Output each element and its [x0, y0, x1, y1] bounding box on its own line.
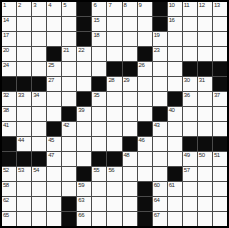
grid-cell[interactable]: [153, 62, 167, 76]
grid-cell[interactable]: [62, 77, 76, 91]
grid-cell[interactable]: [138, 77, 152, 91]
grid-cell[interactable]: [183, 197, 197, 211]
grid-cell[interactable]: [107, 122, 121, 136]
grid-cell[interactable]: 59: [77, 182, 91, 196]
clue-number: 18: [93, 32, 99, 39]
black-cell: [213, 62, 227, 76]
grid-cell[interactable]: [107, 92, 121, 106]
clue-number: 24: [3, 62, 9, 69]
grid-cell[interactable]: 50: [198, 152, 212, 166]
black-cell: [183, 137, 197, 151]
grid-cell[interactable]: [62, 17, 76, 31]
black-cell: [153, 17, 167, 31]
grid-cell[interactable]: [92, 107, 106, 121]
clue-number: 2: [18, 2, 21, 9]
grid-cell[interactable]: [62, 152, 76, 166]
clue-number: 45: [48, 137, 54, 144]
clue-number: 16: [169, 17, 175, 24]
black-cell: [77, 2, 91, 16]
clue-number: 50: [199, 152, 205, 159]
grid-cell[interactable]: 20: [2, 47, 16, 61]
black-cell: [123, 62, 137, 76]
grid-cell[interactable]: 63: [77, 197, 91, 211]
grid-cell[interactable]: [123, 107, 137, 121]
grid-cell[interactable]: 24: [2, 62, 16, 76]
grid-cell[interactable]: 29: [123, 77, 137, 91]
grid-cell[interactable]: [107, 17, 121, 31]
grid-cell[interactable]: [153, 137, 167, 151]
clue-number: 17: [3, 32, 9, 39]
grid-cell[interactable]: [198, 47, 212, 61]
grid-cell[interactable]: [62, 167, 76, 181]
grid-cell[interactable]: 9: [138, 2, 152, 16]
grid-cell[interactable]: [77, 77, 91, 91]
grid-cell[interactable]: [183, 212, 197, 226]
grid-cell[interactable]: [17, 17, 31, 31]
grid-cell[interactable]: [123, 122, 137, 136]
grid-cell[interactable]: 62: [2, 197, 16, 211]
grid-cell[interactable]: [62, 32, 76, 46]
grid-cell[interactable]: [62, 62, 76, 76]
grid-cell[interactable]: [198, 167, 212, 181]
grid-cell[interactable]: 6: [92, 2, 106, 16]
black-cell: [17, 77, 31, 91]
black-cell: [77, 167, 91, 181]
clue-number: 21: [63, 47, 69, 54]
clue-number: 63: [78, 197, 84, 204]
grid-cell[interactable]: 42: [62, 122, 76, 136]
crossword-grid: 1234567891011121314151617181920212223242…: [0, 0, 229, 228]
clue-number: 8: [124, 2, 127, 9]
grid-cell[interactable]: [198, 197, 212, 211]
grid-cell[interactable]: [213, 212, 227, 226]
grid-cell[interactable]: [138, 32, 152, 46]
grid-cell[interactable]: [17, 62, 31, 76]
black-cell: [2, 152, 16, 166]
grid-cell[interactable]: 51: [213, 152, 227, 166]
grid-cell[interactable]: [183, 32, 197, 46]
grid-cell[interactable]: [17, 212, 31, 226]
grid-cell[interactable]: [32, 212, 46, 226]
grid-cell[interactable]: 18: [92, 32, 106, 46]
clue-number: 48: [124, 152, 130, 159]
grid-cell[interactable]: [32, 17, 46, 31]
clue-number: 60: [154, 182, 160, 189]
grid-cell[interactable]: [198, 122, 212, 136]
black-cell: [77, 32, 91, 46]
grid-cell[interactable]: [168, 47, 182, 61]
grid-cell[interactable]: 33: [17, 92, 31, 106]
grid-cell[interactable]: [32, 47, 46, 61]
grid-cell[interactable]: [153, 167, 167, 181]
clue-number: 19: [154, 32, 160, 39]
clue-number: 27: [48, 77, 54, 84]
grid-cell[interactable]: [138, 152, 152, 166]
grid-cell[interactable]: [138, 167, 152, 181]
black-cell: [168, 92, 182, 106]
grid-cell[interactable]: [47, 197, 61, 211]
clue-number: 3: [33, 2, 36, 9]
grid-cell[interactable]: [168, 122, 182, 136]
grid-cell[interactable]: [47, 32, 61, 46]
grid-cell[interactable]: [92, 137, 106, 151]
black-cell: [32, 77, 46, 91]
grid-cell[interactable]: 12: [198, 2, 212, 16]
black-cell: [92, 77, 106, 91]
grid-cell[interactable]: [107, 47, 121, 61]
grid-cell[interactable]: 39: [77, 107, 91, 121]
grid-cell[interactable]: [123, 197, 137, 211]
grid-cell[interactable]: [138, 92, 152, 106]
clue-number: 1: [3, 2, 6, 9]
black-cell: [62, 212, 76, 226]
grid-cell[interactable]: 32: [2, 92, 16, 106]
clue-number: 42: [63, 122, 69, 129]
clue-number: 43: [154, 122, 160, 129]
grid-cell[interactable]: 47: [47, 152, 61, 166]
grid-cell[interactable]: 28: [107, 77, 121, 91]
grid-cell[interactable]: 36: [183, 92, 197, 106]
black-cell: [138, 212, 152, 226]
grid-cell[interactable]: 19: [153, 32, 167, 46]
grid-cell[interactable]: [77, 152, 91, 166]
clue-number: 6: [93, 2, 96, 9]
grid-cell[interactable]: 40: [168, 107, 182, 121]
grid-cell[interactable]: 55: [92, 167, 106, 181]
grid-cell[interactable]: [32, 32, 46, 46]
grid-cell[interactable]: 31: [198, 77, 212, 91]
clue-number: 32: [3, 92, 9, 99]
grid-cell[interactable]: [17, 197, 31, 211]
grid-cell[interactable]: [168, 197, 182, 211]
grid-cell[interactable]: [92, 122, 106, 136]
grid-cell[interactable]: [32, 137, 46, 151]
grid-cell[interactable]: [153, 77, 167, 91]
clue-number: 20: [3, 47, 9, 54]
grid-cell[interactable]: [168, 137, 182, 151]
grid-cell[interactable]: 16: [168, 17, 182, 31]
grid-cell[interactable]: [123, 212, 137, 226]
grid-cell[interactable]: [62, 92, 76, 106]
clue-number: 49: [184, 152, 190, 159]
clue-number: 28: [108, 77, 114, 84]
grid-cell[interactable]: 49: [183, 152, 197, 166]
clue-number: 38: [3, 107, 9, 114]
clue-number: 4: [48, 2, 51, 9]
grid-cell[interactable]: [17, 47, 31, 61]
crossword-puzzle: 1234567891011121314151617181920212223242…: [0, 0, 229, 228]
clue-number: 53: [18, 167, 24, 174]
grid-cell[interactable]: [17, 32, 31, 46]
grid-cell[interactable]: [138, 107, 152, 121]
grid-cell[interactable]: [183, 47, 197, 61]
black-cell: [153, 107, 167, 121]
grid-cell[interactable]: [32, 107, 46, 121]
grid-cell[interactable]: [77, 137, 91, 151]
clue-number: 39: [78, 107, 84, 114]
clue-number: 14: [3, 17, 9, 24]
grid-cell[interactable]: 67: [153, 212, 167, 226]
grid-cell[interactable]: 17: [2, 32, 16, 46]
black-cell: [47, 122, 61, 136]
grid-cell[interactable]: [92, 47, 106, 61]
grid-cell[interactable]: [17, 122, 31, 136]
black-cell: [183, 62, 197, 76]
grid-cell[interactable]: 52: [2, 167, 16, 181]
black-cell: [107, 62, 121, 76]
grid-cell[interactable]: [92, 197, 106, 211]
grid-cell[interactable]: [47, 92, 61, 106]
black-cell: [138, 182, 152, 196]
grid-cell[interactable]: [183, 17, 197, 31]
grid-cell[interactable]: [123, 47, 137, 61]
grid-cell[interactable]: 13: [213, 2, 227, 16]
grid-cell[interactable]: [123, 17, 137, 31]
grid-cell[interactable]: 66: [77, 212, 91, 226]
clue-number: 29: [124, 77, 130, 84]
grid-cell[interactable]: [123, 182, 137, 196]
grid-cell[interactable]: [198, 17, 212, 31]
grid-cell[interactable]: 46: [138, 137, 152, 151]
grid-cell[interactable]: [213, 122, 227, 136]
black-cell: [2, 77, 16, 91]
clue-number: 55: [93, 167, 99, 174]
grid-cell[interactable]: 61: [168, 182, 182, 196]
grid-cell[interactable]: [183, 182, 197, 196]
grid-cell[interactable]: 48: [123, 152, 137, 166]
grid-cell[interactable]: 41: [2, 122, 16, 136]
grid-cell[interactable]: 35: [92, 92, 106, 106]
grid-cell[interactable]: 8: [123, 2, 137, 16]
grid-cell[interactable]: [168, 62, 182, 76]
black-cell: [2, 137, 16, 151]
clue-number: 31: [199, 77, 205, 84]
black-cell: [213, 137, 227, 151]
grid-cell[interactable]: 25: [47, 62, 61, 76]
clue-number: 47: [48, 152, 54, 159]
grid-cell[interactable]: [198, 107, 212, 121]
grid-cell[interactable]: [32, 182, 46, 196]
clue-number: 67: [154, 212, 160, 219]
clue-number: 36: [184, 92, 190, 99]
grid-cell[interactable]: 2: [17, 2, 31, 16]
grid-cell[interactable]: [47, 17, 61, 31]
clue-number: 62: [3, 197, 9, 204]
grid-cell[interactable]: 56: [107, 167, 121, 181]
grid-cell[interactable]: [198, 182, 212, 196]
black-cell: [138, 197, 152, 211]
clue-number: 51: [214, 152, 220, 159]
clue-number: 61: [169, 182, 175, 189]
clue-number: 22: [78, 47, 84, 54]
clue-number: 9: [139, 2, 142, 9]
grid-cell[interactable]: 65: [2, 212, 16, 226]
grid-cell[interactable]: [17, 182, 31, 196]
grid-cell[interactable]: 15: [92, 17, 106, 31]
grid-cell[interactable]: [213, 197, 227, 211]
grid-cell[interactable]: 60: [153, 182, 167, 196]
grid-cell[interactable]: 57: [183, 167, 197, 181]
grid-cell[interactable]: [62, 182, 76, 196]
clue-number: 52: [3, 167, 9, 174]
clue-number: 56: [108, 167, 114, 174]
clue-number: 30: [184, 77, 190, 84]
clue-number: 44: [18, 137, 24, 144]
black-cell: [77, 17, 91, 31]
clue-number: 41: [3, 122, 9, 129]
grid-cell[interactable]: 26: [138, 62, 152, 76]
grid-cell[interactable]: [168, 77, 182, 91]
grid-cell[interactable]: [213, 47, 227, 61]
clue-number: 7: [108, 2, 111, 9]
grid-cell[interactable]: [62, 137, 76, 151]
clue-number: 66: [78, 212, 84, 219]
black-cell: [198, 62, 212, 76]
black-cell: [62, 107, 76, 121]
black-cell: [138, 122, 152, 136]
grid-cell[interactable]: [47, 212, 61, 226]
black-cell: [92, 152, 106, 166]
black-cell: [168, 167, 182, 181]
grid-cell[interactable]: [107, 197, 121, 211]
grid-cell[interactable]: [107, 182, 121, 196]
clue-number: 11: [184, 2, 189, 9]
clue-number: 34: [33, 92, 39, 99]
black-cell: [213, 77, 227, 91]
grid-cell[interactable]: [32, 62, 46, 76]
grid-cell[interactable]: [168, 212, 182, 226]
black-cell: [77, 92, 91, 106]
grid-cell[interactable]: [77, 122, 91, 136]
grid-cell[interactable]: 14: [2, 17, 16, 31]
clue-number: 26: [139, 62, 145, 69]
grid-cell[interactable]: 4: [47, 2, 61, 16]
black-cell: [198, 137, 212, 151]
clue-number: 64: [154, 197, 160, 204]
grid-cell[interactable]: [183, 122, 197, 136]
grid-cell[interactable]: [213, 17, 227, 31]
grid-cell[interactable]: [47, 107, 61, 121]
clue-number: 15: [93, 17, 99, 24]
grid-cell[interactable]: 54: [32, 167, 46, 181]
black-cell: [138, 47, 152, 61]
grid-cell[interactable]: [198, 92, 212, 106]
clue-number: 59: [78, 182, 84, 189]
grid-cell[interactable]: [213, 32, 227, 46]
clue-number: 65: [3, 212, 9, 219]
grid-cell[interactable]: 22: [77, 47, 91, 61]
grid-cell[interactable]: [213, 107, 227, 121]
grid-cell[interactable]: [153, 92, 167, 106]
grid-cell[interactable]: 37: [213, 92, 227, 106]
clue-number: 13: [214, 2, 220, 9]
grid-cell[interactable]: [47, 167, 61, 181]
black-cell: [107, 152, 121, 166]
clue-number: 58: [3, 182, 9, 189]
clue-number: 35: [93, 92, 99, 99]
black-cell: [47, 47, 61, 61]
grid-cell[interactable]: [107, 212, 121, 226]
grid-cell[interactable]: 7: [107, 2, 121, 16]
grid-cell[interactable]: [17, 107, 31, 121]
grid-cell[interactable]: [213, 182, 227, 196]
grid-cell[interactable]: 45: [47, 137, 61, 151]
grid-cell[interactable]: [92, 182, 106, 196]
clue-number: 33: [18, 92, 24, 99]
clue-number: 10: [169, 2, 175, 9]
grid-cell[interactable]: 38: [2, 107, 16, 121]
grid-cell[interactable]: 10: [168, 2, 182, 16]
grid-cell[interactable]: [198, 212, 212, 226]
grid-cell[interactable]: [107, 107, 121, 121]
grid-cell[interactable]: 3: [32, 2, 46, 16]
grid-cell[interactable]: 21: [62, 47, 76, 61]
grid-cell[interactable]: [123, 32, 137, 46]
grid-cell[interactable]: [92, 212, 106, 226]
grid-cell[interactable]: [107, 32, 121, 46]
grid-cell[interactable]: 44: [17, 137, 31, 151]
grid-cell[interactable]: [32, 197, 46, 211]
grid-cell[interactable]: [77, 62, 91, 76]
grid-cell[interactable]: [123, 92, 137, 106]
clue-number: 25: [48, 62, 54, 69]
grid-cell[interactable]: 64: [153, 197, 167, 211]
grid-cell[interactable]: [198, 32, 212, 46]
grid-cell[interactable]: 30: [183, 77, 197, 91]
black-cell: [32, 152, 46, 166]
grid-cell[interactable]: [32, 122, 46, 136]
grid-cell[interactable]: [213, 167, 227, 181]
black-cell: [62, 197, 76, 211]
clue-number: 46: [139, 137, 145, 144]
grid-cell[interactable]: 23: [153, 47, 167, 61]
grid-cell[interactable]: [92, 62, 106, 76]
grid-cell[interactable]: 27: [47, 77, 61, 91]
grid-cell[interactable]: [138, 17, 152, 31]
grid-cell[interactable]: [183, 107, 197, 121]
clue-number: 57: [184, 167, 190, 174]
grid-cell[interactable]: 1: [2, 2, 16, 16]
grid-cell[interactable]: 58: [2, 182, 16, 196]
grid-cell[interactable]: 34: [32, 92, 46, 106]
clue-number: 23: [154, 47, 160, 54]
clue-number: 12: [199, 2, 205, 9]
clue-number: 40: [169, 107, 175, 114]
grid-cell[interactable]: 11: [183, 2, 197, 16]
grid-cell[interactable]: 53: [17, 167, 31, 181]
grid-cell[interactable]: [168, 152, 182, 166]
clue-number: 37: [214, 92, 220, 99]
grid-cell[interactable]: 5: [62, 2, 76, 16]
grid-cell[interactable]: [107, 137, 121, 151]
grid-cell[interactable]: 43: [153, 122, 167, 136]
grid-cell[interactable]: [168, 32, 182, 46]
grid-cell[interactable]: [153, 152, 167, 166]
black-cell: [123, 137, 137, 151]
grid-cell[interactable]: [123, 167, 137, 181]
black-cell: [153, 2, 167, 16]
clue-number: 54: [33, 167, 39, 174]
grid-cell[interactable]: [47, 182, 61, 196]
clue-number: 5: [63, 2, 66, 9]
black-cell: [17, 152, 31, 166]
